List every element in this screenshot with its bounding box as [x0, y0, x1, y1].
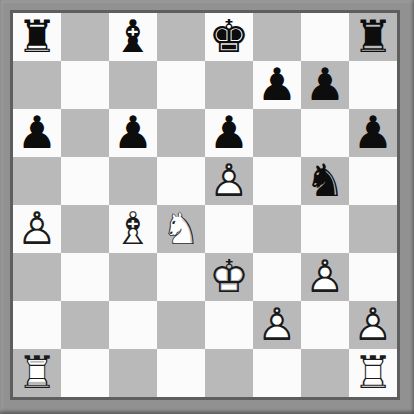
black-piece-glyph: ♜	[13, 13, 61, 61]
square-h7[interactable]	[349, 61, 397, 109]
square-d7[interactable]	[157, 61, 205, 109]
square-d8[interactable]	[157, 13, 205, 61]
black-piece-glyph: ♝	[109, 13, 157, 61]
square-e7[interactable]	[205, 61, 253, 109]
square-f3[interactable]	[253, 253, 301, 301]
square-b4[interactable]	[61, 205, 109, 253]
square-a8[interactable]: ♜	[13, 13, 61, 61]
square-g4[interactable]	[301, 205, 349, 253]
square-b3[interactable]	[61, 253, 109, 301]
white-piece-outline-glyph: ♗	[109, 205, 157, 253]
square-c1[interactable]	[109, 349, 157, 397]
piece-black-pawn[interactable]: ♟	[301, 61, 349, 109]
square-a3[interactable]	[13, 253, 61, 301]
square-c3[interactable]	[109, 253, 157, 301]
square-f8[interactable]	[253, 13, 301, 61]
square-e5[interactable]: ♟♙	[205, 157, 253, 205]
white-piece-outline-glyph: ♙	[301, 253, 349, 301]
white-piece-outline-glyph: ♖	[13, 349, 61, 397]
piece-black-pawn[interactable]: ♟	[253, 61, 301, 109]
square-a2[interactable]	[13, 301, 61, 349]
square-a4[interactable]: ♟♙	[13, 205, 61, 253]
square-b8[interactable]	[61, 13, 109, 61]
piece-white-pawn[interactable]: ♟♙	[349, 301, 397, 349]
square-g5[interactable]: ♞	[301, 157, 349, 205]
square-g8[interactable]	[301, 13, 349, 61]
piece-white-rook[interactable]: ♜♖	[13, 349, 61, 397]
square-g2[interactable]	[301, 301, 349, 349]
square-h1[interactable]: ♜♖	[349, 349, 397, 397]
white-piece-outline-glyph: ♙	[13, 205, 61, 253]
square-f7[interactable]: ♟	[253, 61, 301, 109]
square-f4[interactable]	[253, 205, 301, 253]
square-g6[interactable]	[301, 109, 349, 157]
square-f5[interactable]	[253, 157, 301, 205]
square-h8[interactable]: ♜	[349, 13, 397, 61]
square-e3[interactable]: ♚♔	[205, 253, 253, 301]
square-h3[interactable]	[349, 253, 397, 301]
square-a1[interactable]: ♜♖	[13, 349, 61, 397]
piece-black-rook[interactable]: ♜	[349, 13, 397, 61]
square-g1[interactable]	[301, 349, 349, 397]
piece-black-pawn[interactable]: ♟	[349, 109, 397, 157]
black-piece-glyph: ♟	[205, 109, 253, 157]
square-g3[interactable]: ♟♙	[301, 253, 349, 301]
square-c7[interactable]	[109, 61, 157, 109]
square-e1[interactable]	[205, 349, 253, 397]
square-c6[interactable]: ♟	[109, 109, 157, 157]
black-piece-glyph: ♟	[109, 109, 157, 157]
square-b6[interactable]	[61, 109, 109, 157]
black-piece-glyph: ♟	[253, 61, 301, 109]
piece-black-bishop[interactable]: ♝	[109, 13, 157, 61]
piece-black-king[interactable]: ♚	[205, 13, 253, 61]
square-c2[interactable]	[109, 301, 157, 349]
white-piece-outline-glyph: ♔	[205, 253, 253, 301]
square-e4[interactable]	[205, 205, 253, 253]
square-b2[interactable]	[61, 301, 109, 349]
piece-black-pawn[interactable]: ♟	[109, 109, 157, 157]
square-f6[interactable]	[253, 109, 301, 157]
piece-white-knight[interactable]: ♞♘	[157, 205, 205, 253]
piece-white-rook[interactable]: ♜♖	[349, 349, 397, 397]
black-piece-glyph: ♞	[301, 157, 349, 205]
chessboard-frame: ♜♝♚♜♟♟♟♟♟♟♟♙♞♟♙♝♗♞♘♚♔♟♙♟♙♟♙♜♖♜♖	[0, 0, 414, 414]
black-piece-glyph: ♟	[349, 109, 397, 157]
square-b7[interactable]	[61, 61, 109, 109]
black-piece-glyph: ♜	[349, 13, 397, 61]
square-f1[interactable]	[253, 349, 301, 397]
square-g7[interactable]: ♟	[301, 61, 349, 109]
piece-white-king[interactable]: ♚♔	[205, 253, 253, 301]
black-piece-glyph: ♟	[301, 61, 349, 109]
square-h2[interactable]: ♟♙	[349, 301, 397, 349]
piece-black-rook[interactable]: ♜	[13, 13, 61, 61]
piece-white-bishop[interactable]: ♝♗	[109, 205, 157, 253]
square-h6[interactable]: ♟	[349, 109, 397, 157]
square-h5[interactable]	[349, 157, 397, 205]
square-d2[interactable]	[157, 301, 205, 349]
square-e2[interactable]	[205, 301, 253, 349]
black-piece-glyph: ♚	[205, 13, 253, 61]
piece-black-knight[interactable]: ♞	[301, 157, 349, 205]
piece-black-pawn[interactable]: ♟	[13, 109, 61, 157]
square-a7[interactable]	[13, 61, 61, 109]
chessboard: ♜♝♚♜♟♟♟♟♟♟♟♙♞♟♙♝♗♞♘♚♔♟♙♟♙♟♙♜♖♜♖	[10, 10, 400, 400]
piece-white-pawn[interactable]: ♟♙	[301, 253, 349, 301]
black-piece-glyph: ♟	[13, 109, 61, 157]
square-c5[interactable]	[109, 157, 157, 205]
square-c8[interactable]: ♝	[109, 13, 157, 61]
square-b5[interactable]	[61, 157, 109, 205]
white-piece-outline-glyph: ♖	[349, 349, 397, 397]
square-d3[interactable]	[157, 253, 205, 301]
white-piece-outline-glyph: ♙	[253, 301, 301, 349]
square-f2[interactable]: ♟♙	[253, 301, 301, 349]
piece-black-pawn[interactable]: ♟	[205, 109, 253, 157]
white-piece-outline-glyph: ♘	[157, 205, 205, 253]
piece-white-pawn[interactable]: ♟♙	[205, 157, 253, 205]
white-piece-outline-glyph: ♙	[205, 157, 253, 205]
square-e8[interactable]: ♚	[205, 13, 253, 61]
square-a5[interactable]	[13, 157, 61, 205]
square-e6[interactable]: ♟	[205, 109, 253, 157]
square-d5[interactable]	[157, 157, 205, 205]
square-d1[interactable]	[157, 349, 205, 397]
piece-white-pawn[interactable]: ♟♙	[253, 301, 301, 349]
white-piece-outline-glyph: ♙	[349, 301, 397, 349]
square-d4[interactable]: ♞♘	[157, 205, 205, 253]
piece-white-pawn[interactable]: ♟♙	[13, 205, 61, 253]
square-d6[interactable]	[157, 109, 205, 157]
square-a6[interactable]: ♟	[13, 109, 61, 157]
square-h4[interactable]	[349, 205, 397, 253]
square-b1[interactable]	[61, 349, 109, 397]
square-c4[interactable]: ♝♗	[109, 205, 157, 253]
